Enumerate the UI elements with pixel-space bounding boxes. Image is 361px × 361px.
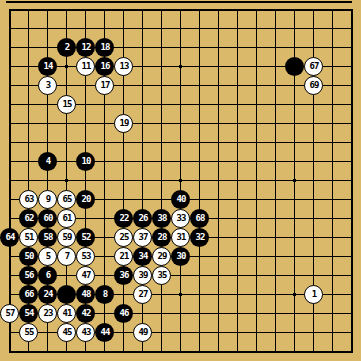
- intersection-11-1[interactable]: [209, 19, 228, 38]
- intersection-14-5[interactable]: [266, 95, 285, 114]
- intersection-14-15[interactable]: [266, 285, 285, 304]
- intersection-0-7[interactable]: [0, 133, 19, 152]
- intersection-9-6[interactable]: [171, 114, 190, 133]
- stone-white-33[interactable]: 33: [171, 209, 190, 228]
- intersection-9-16[interactable]: [171, 304, 190, 323]
- intersection-18-7[interactable]: [342, 133, 361, 152]
- stone-white-45[interactable]: 45: [57, 323, 76, 342]
- intersection-1-6[interactable]: [19, 114, 38, 133]
- intersection-17-14[interactable]: [323, 266, 342, 285]
- intersection-7-8[interactable]: [133, 152, 152, 171]
- intersection-9-3[interactable]: [171, 57, 190, 76]
- intersection-6-4[interactable]: [114, 76, 133, 95]
- intersection-14-10[interactable]: [266, 190, 285, 209]
- stone-black-60[interactable]: 60: [38, 209, 57, 228]
- intersection-12-15[interactable]: [228, 285, 247, 304]
- intersection-7-5[interactable]: [133, 95, 152, 114]
- stone-white-57[interactable]: 57: [0, 304, 19, 323]
- intersection-16-1[interactable]: [304, 19, 323, 38]
- intersection-16-8[interactable]: [304, 152, 323, 171]
- stone-white-17[interactable]: 17: [95, 76, 114, 95]
- intersection-0-10[interactable]: [0, 190, 19, 209]
- intersection-13-9[interactable]: [247, 171, 266, 190]
- intersection-9-1[interactable]: [171, 19, 190, 38]
- stone-black-handicap[interactable]: [285, 57, 304, 76]
- intersection-11-5[interactable]: [209, 95, 228, 114]
- stone-white-21[interactable]: 21: [114, 247, 133, 266]
- intersection-14-3[interactable]: [266, 57, 285, 76]
- intersection-13-16[interactable]: [247, 304, 266, 323]
- intersection-8-7[interactable]: [152, 133, 171, 152]
- intersection-15-18[interactable]: [285, 342, 304, 361]
- intersection-3-1[interactable]: [57, 19, 76, 38]
- intersection-17-1[interactable]: [323, 19, 342, 38]
- intersection-8-10[interactable]: [152, 190, 171, 209]
- intersection-18-4[interactable]: [342, 76, 361, 95]
- intersection-18-14[interactable]: [342, 266, 361, 285]
- intersection-5-18[interactable]: [95, 342, 114, 361]
- intersection-7-0[interactable]: [133, 0, 152, 19]
- intersection-16-17[interactable]: [304, 323, 323, 342]
- intersection-9-15[interactable]: [171, 285, 190, 304]
- intersection-14-6[interactable]: [266, 114, 285, 133]
- stone-black-24[interactable]: 24: [38, 285, 57, 304]
- intersection-3-14[interactable]: [57, 266, 76, 285]
- stone-white-5[interactable]: 5: [38, 247, 57, 266]
- stone-black-46[interactable]: 46: [114, 304, 133, 323]
- stone-white-11[interactable]: 11: [76, 57, 95, 76]
- intersection-16-2[interactable]: [304, 38, 323, 57]
- intersection-10-9[interactable]: [190, 171, 209, 190]
- intersection-3-18[interactable]: [57, 342, 76, 361]
- stone-black-22[interactable]: 22: [114, 209, 133, 228]
- stone-black-handicap[interactable]: [57, 285, 76, 304]
- intersection-16-9[interactable]: [304, 171, 323, 190]
- intersection-12-6[interactable]: [228, 114, 247, 133]
- intersection-17-9[interactable]: [323, 171, 342, 190]
- intersection-18-5[interactable]: [342, 95, 361, 114]
- stone-white-3[interactable]: 3: [38, 76, 57, 95]
- intersection-0-0[interactable]: [0, 0, 19, 19]
- intersection-11-3[interactable]: [209, 57, 228, 76]
- intersection-12-8[interactable]: [228, 152, 247, 171]
- intersection-10-0[interactable]: [190, 0, 209, 19]
- intersection-18-10[interactable]: [342, 190, 361, 209]
- intersection-16-5[interactable]: [304, 95, 323, 114]
- intersection-11-16[interactable]: [209, 304, 228, 323]
- intersection-15-6[interactable]: [285, 114, 304, 133]
- intersection-16-14[interactable]: [304, 266, 323, 285]
- intersection-8-9[interactable]: [152, 171, 171, 190]
- intersection-10-6[interactable]: [190, 114, 209, 133]
- stone-black-20[interactable]: 20: [76, 190, 95, 209]
- stone-white-51[interactable]: 51: [19, 228, 38, 247]
- intersection-13-13[interactable]: [247, 247, 266, 266]
- intersection-0-8[interactable]: [0, 152, 19, 171]
- intersection-12-0[interactable]: [228, 0, 247, 19]
- stone-black-52[interactable]: 52: [76, 228, 95, 247]
- intersection-13-0[interactable]: [247, 0, 266, 19]
- intersection-16-13[interactable]: [304, 247, 323, 266]
- intersection-5-5[interactable]: [95, 95, 114, 114]
- intersection-13-1[interactable]: [247, 19, 266, 38]
- intersection-2-0[interactable]: [38, 0, 57, 19]
- intersection-6-2[interactable]: [114, 38, 133, 57]
- intersection-14-4[interactable]: [266, 76, 285, 95]
- intersection-1-5[interactable]: [19, 95, 38, 114]
- intersection-0-15[interactable]: [0, 285, 19, 304]
- intersection-12-4[interactable]: [228, 76, 247, 95]
- intersection-8-3[interactable]: [152, 57, 171, 76]
- stone-black-40[interactable]: 40: [171, 190, 190, 209]
- intersection-10-7[interactable]: [190, 133, 209, 152]
- stone-black-64[interactable]: 64: [0, 228, 19, 247]
- intersection-17-10[interactable]: [323, 190, 342, 209]
- stone-black-28[interactable]: 28: [152, 228, 171, 247]
- intersection-13-14[interactable]: [247, 266, 266, 285]
- intersection-13-8[interactable]: [247, 152, 266, 171]
- stone-black-36[interactable]: 36: [114, 266, 133, 285]
- intersection-11-13[interactable]: [209, 247, 228, 266]
- intersection-0-14[interactable]: [0, 266, 19, 285]
- intersection-13-17[interactable]: [247, 323, 266, 342]
- intersection-12-7[interactable]: [228, 133, 247, 152]
- intersection-12-1[interactable]: [228, 19, 247, 38]
- intersection-10-17[interactable]: [190, 323, 209, 342]
- intersection-1-7[interactable]: [19, 133, 38, 152]
- intersection-15-5[interactable]: [285, 95, 304, 114]
- intersection-15-4[interactable]: [285, 76, 304, 95]
- intersection-15-15[interactable]: [285, 285, 304, 304]
- intersection-17-2[interactable]: [323, 38, 342, 57]
- intersection-12-3[interactable]: [228, 57, 247, 76]
- intersection-0-11[interactable]: [0, 209, 19, 228]
- stone-black-56[interactable]: 56: [19, 266, 38, 285]
- intersection-13-2[interactable]: [247, 38, 266, 57]
- intersection-1-1[interactable]: [19, 19, 38, 38]
- intersection-3-6[interactable]: [57, 114, 76, 133]
- intersection-9-9[interactable]: [171, 171, 190, 190]
- intersection-11-7[interactable]: [209, 133, 228, 152]
- intersection-0-5[interactable]: [0, 95, 19, 114]
- intersection-17-8[interactable]: [323, 152, 342, 171]
- intersection-5-7[interactable]: [95, 133, 114, 152]
- stone-white-25[interactable]: 25: [114, 228, 133, 247]
- intersection-7-3[interactable]: [133, 57, 152, 76]
- intersection-6-17[interactable]: [114, 323, 133, 342]
- stone-black-2[interactable]: 2: [57, 38, 76, 57]
- stone-black-48[interactable]: 48: [76, 285, 95, 304]
- stone-black-14[interactable]: 14: [38, 57, 57, 76]
- intersection-17-5[interactable]: [323, 95, 342, 114]
- intersection-7-6[interactable]: [133, 114, 152, 133]
- intersection-1-2[interactable]: [19, 38, 38, 57]
- intersection-10-2[interactable]: [190, 38, 209, 57]
- intersection-11-17[interactable]: [209, 323, 228, 342]
- intersection-18-17[interactable]: [342, 323, 361, 342]
- intersection-12-14[interactable]: [228, 266, 247, 285]
- intersection-8-17[interactable]: [152, 323, 171, 342]
- intersection-10-1[interactable]: [190, 19, 209, 38]
- intersection-14-14[interactable]: [266, 266, 285, 285]
- intersection-18-6[interactable]: [342, 114, 361, 133]
- intersection-18-18[interactable]: [342, 342, 361, 361]
- intersection-16-10[interactable]: [304, 190, 323, 209]
- intersection-4-1[interactable]: [76, 19, 95, 38]
- intersection-0-3[interactable]: [0, 57, 19, 76]
- intersection-13-12[interactable]: [247, 228, 266, 247]
- intersection-2-17[interactable]: [38, 323, 57, 342]
- intersection-10-5[interactable]: [190, 95, 209, 114]
- stone-white-31[interactable]: 31: [171, 228, 190, 247]
- stone-white-29[interactable]: 29: [152, 247, 171, 266]
- intersection-15-13[interactable]: [285, 247, 304, 266]
- intersection-18-16[interactable]: [342, 304, 361, 323]
- intersection-10-18[interactable]: [190, 342, 209, 361]
- intersection-7-9[interactable]: [133, 171, 152, 190]
- intersection-2-5[interactable]: [38, 95, 57, 114]
- stone-white-13[interactable]: 13: [114, 57, 133, 76]
- intersection-4-5[interactable]: [76, 95, 95, 114]
- stone-black-6[interactable]: 6: [38, 266, 57, 285]
- intersection-12-2[interactable]: [228, 38, 247, 57]
- intersection-4-0[interactable]: [76, 0, 95, 19]
- intersection-14-17[interactable]: [266, 323, 285, 342]
- stone-black-54[interactable]: 54: [19, 304, 38, 323]
- intersection-16-11[interactable]: [304, 209, 323, 228]
- intersection-13-3[interactable]: [247, 57, 266, 76]
- intersection-15-2[interactable]: [285, 38, 304, 57]
- intersection-13-4[interactable]: [247, 76, 266, 95]
- intersection-6-7[interactable]: [114, 133, 133, 152]
- intersection-9-7[interactable]: [171, 133, 190, 152]
- intersection-11-2[interactable]: [209, 38, 228, 57]
- intersection-0-4[interactable]: [0, 76, 19, 95]
- intersection-7-2[interactable]: [133, 38, 152, 57]
- intersection-9-18[interactable]: [171, 342, 190, 361]
- intersection-10-3[interactable]: [190, 57, 209, 76]
- intersection-6-9[interactable]: [114, 171, 133, 190]
- intersection-18-1[interactable]: [342, 19, 361, 38]
- intersection-17-12[interactable]: [323, 228, 342, 247]
- intersection-0-18[interactable]: [0, 342, 19, 361]
- intersection-14-18[interactable]: [266, 342, 285, 361]
- stone-black-42[interactable]: 42: [76, 304, 95, 323]
- intersection-5-9[interactable]: [95, 171, 114, 190]
- stone-black-44[interactable]: 44: [95, 323, 114, 342]
- intersection-18-13[interactable]: [342, 247, 361, 266]
- intersection-3-4[interactable]: [57, 76, 76, 95]
- stone-white-41[interactable]: 41: [57, 304, 76, 323]
- intersection-11-18[interactable]: [209, 342, 228, 361]
- stone-black-30[interactable]: 30: [171, 247, 190, 266]
- intersection-4-4[interactable]: [76, 76, 95, 95]
- intersection-6-10[interactable]: [114, 190, 133, 209]
- stone-black-4[interactable]: 4: [38, 152, 57, 171]
- intersection-2-18[interactable]: [38, 342, 57, 361]
- intersection-0-17[interactable]: [0, 323, 19, 342]
- intersection-18-11[interactable]: [342, 209, 361, 228]
- intersection-9-5[interactable]: [171, 95, 190, 114]
- intersection-12-16[interactable]: [228, 304, 247, 323]
- intersection-8-18[interactable]: [152, 342, 171, 361]
- stone-black-10[interactable]: 10: [76, 152, 95, 171]
- stone-black-34[interactable]: 34: [133, 247, 152, 266]
- intersection-13-18[interactable]: [247, 342, 266, 361]
- intersection-7-16[interactable]: [133, 304, 152, 323]
- intersection-12-12[interactable]: [228, 228, 247, 247]
- intersection-15-14[interactable]: [285, 266, 304, 285]
- stone-white-19[interactable]: 19: [114, 114, 133, 133]
- intersection-13-15[interactable]: [247, 285, 266, 304]
- intersection-11-8[interactable]: [209, 152, 228, 171]
- intersection-10-16[interactable]: [190, 304, 209, 323]
- intersection-18-9[interactable]: [342, 171, 361, 190]
- intersection-17-4[interactable]: [323, 76, 342, 95]
- intersection-12-17[interactable]: [228, 323, 247, 342]
- intersection-10-15[interactable]: [190, 285, 209, 304]
- intersection-3-8[interactable]: [57, 152, 76, 171]
- intersection-15-10[interactable]: [285, 190, 304, 209]
- intersection-6-18[interactable]: [114, 342, 133, 361]
- intersection-11-15[interactable]: [209, 285, 228, 304]
- intersection-7-7[interactable]: [133, 133, 152, 152]
- intersection-12-5[interactable]: [228, 95, 247, 114]
- intersection-15-0[interactable]: [285, 0, 304, 19]
- intersection-12-11[interactable]: [228, 209, 247, 228]
- stone-white-47[interactable]: 47: [76, 266, 95, 285]
- intersection-18-12[interactable]: [342, 228, 361, 247]
- intersection-9-14[interactable]: [171, 266, 190, 285]
- intersection-3-3[interactable]: [57, 57, 76, 76]
- intersection-0-2[interactable]: [0, 38, 19, 57]
- stone-black-8[interactable]: 8: [95, 285, 114, 304]
- intersection-18-2[interactable]: [342, 38, 361, 57]
- stone-white-63[interactable]: 63: [19, 190, 38, 209]
- intersection-6-5[interactable]: [114, 95, 133, 114]
- intersection-5-16[interactable]: [95, 304, 114, 323]
- intersection-7-1[interactable]: [133, 19, 152, 38]
- intersection-11-6[interactable]: [209, 114, 228, 133]
- stone-black-26[interactable]: 26: [133, 209, 152, 228]
- intersection-8-5[interactable]: [152, 95, 171, 114]
- intersection-8-1[interactable]: [152, 19, 171, 38]
- intersection-1-4[interactable]: [19, 76, 38, 95]
- intersection-4-9[interactable]: [76, 171, 95, 190]
- intersection-2-9[interactable]: [38, 171, 57, 190]
- intersection-15-16[interactable]: [285, 304, 304, 323]
- intersection-6-8[interactable]: [114, 152, 133, 171]
- intersection-17-13[interactable]: [323, 247, 342, 266]
- intersection-8-0[interactable]: [152, 0, 171, 19]
- intersection-2-6[interactable]: [38, 114, 57, 133]
- intersection-16-16[interactable]: [304, 304, 323, 323]
- stone-white-15[interactable]: 15: [57, 95, 76, 114]
- intersection-15-7[interactable]: [285, 133, 304, 152]
- intersection-8-4[interactable]: [152, 76, 171, 95]
- intersection-17-11[interactable]: [323, 209, 342, 228]
- stone-white-43[interactable]: 43: [76, 323, 95, 342]
- intersection-13-11[interactable]: [247, 209, 266, 228]
- intersection-7-18[interactable]: [133, 342, 152, 361]
- stone-white-49[interactable]: 49: [133, 323, 152, 342]
- stone-white-59[interactable]: 59: [57, 228, 76, 247]
- intersection-14-7[interactable]: [266, 133, 285, 152]
- stone-white-7[interactable]: 7: [57, 247, 76, 266]
- intersection-1-9[interactable]: [19, 171, 38, 190]
- intersection-1-0[interactable]: [19, 0, 38, 19]
- intersection-14-13[interactable]: [266, 247, 285, 266]
- intersection-5-0[interactable]: [95, 0, 114, 19]
- stone-black-50[interactable]: 50: [19, 247, 38, 266]
- intersection-11-9[interactable]: [209, 171, 228, 190]
- intersection-13-6[interactable]: [247, 114, 266, 133]
- stone-black-18[interactable]: 18: [95, 38, 114, 57]
- intersection-0-1[interactable]: [0, 19, 19, 38]
- intersection-1-18[interactable]: [19, 342, 38, 361]
- intersection-1-8[interactable]: [19, 152, 38, 171]
- intersection-11-12[interactable]: [209, 228, 228, 247]
- intersection-3-9[interactable]: [57, 171, 76, 190]
- intersection-14-16[interactable]: [266, 304, 285, 323]
- stone-white-9[interactable]: 9: [38, 190, 57, 209]
- intersection-6-15[interactable]: [114, 285, 133, 304]
- intersection-8-6[interactable]: [152, 114, 171, 133]
- stone-white-65[interactable]: 65: [57, 190, 76, 209]
- intersection-10-13[interactable]: [190, 247, 209, 266]
- intersection-12-18[interactable]: [228, 342, 247, 361]
- stone-black-16[interactable]: 16: [95, 57, 114, 76]
- intersection-17-15[interactable]: [323, 285, 342, 304]
- intersection-18-3[interactable]: [342, 57, 361, 76]
- intersection-12-10[interactable]: [228, 190, 247, 209]
- intersection-4-18[interactable]: [76, 342, 95, 361]
- stone-white-67[interactable]: 67: [304, 57, 323, 76]
- stone-white-55[interactable]: 55: [19, 323, 38, 342]
- stone-white-23[interactable]: 23: [38, 304, 57, 323]
- stone-white-61[interactable]: 61: [57, 209, 76, 228]
- intersection-0-6[interactable]: [0, 114, 19, 133]
- intersection-15-8[interactable]: [285, 152, 304, 171]
- intersection-8-15[interactable]: [152, 285, 171, 304]
- intersection-9-2[interactable]: [171, 38, 190, 57]
- intersection-3-0[interactable]: [57, 0, 76, 19]
- intersection-17-18[interactable]: [323, 342, 342, 361]
- intersection-6-1[interactable]: [114, 19, 133, 38]
- stone-white-1[interactable]: 1: [304, 285, 323, 304]
- intersection-9-0[interactable]: [171, 0, 190, 19]
- stone-black-58[interactable]: 58: [38, 228, 57, 247]
- intersection-8-2[interactable]: [152, 38, 171, 57]
- intersection-13-7[interactable]: [247, 133, 266, 152]
- intersection-17-0[interactable]: [323, 0, 342, 19]
- intersection-15-12[interactable]: [285, 228, 304, 247]
- stone-white-53[interactable]: 53: [76, 247, 95, 266]
- intersection-14-0[interactable]: [266, 0, 285, 19]
- intersection-15-1[interactable]: [285, 19, 304, 38]
- intersection-6-0[interactable]: [114, 0, 133, 19]
- intersection-13-10[interactable]: [247, 190, 266, 209]
- stone-black-62[interactable]: 62: [19, 209, 38, 228]
- intersection-1-3[interactable]: [19, 57, 38, 76]
- intersection-7-4[interactable]: [133, 76, 152, 95]
- intersection-14-8[interactable]: [266, 152, 285, 171]
- intersection-5-12[interactable]: [95, 228, 114, 247]
- intersection-11-0[interactable]: [209, 0, 228, 19]
- intersection-10-4[interactable]: [190, 76, 209, 95]
- stone-black-68[interactable]: 68: [190, 209, 209, 228]
- stone-white-37[interactable]: 37: [133, 228, 152, 247]
